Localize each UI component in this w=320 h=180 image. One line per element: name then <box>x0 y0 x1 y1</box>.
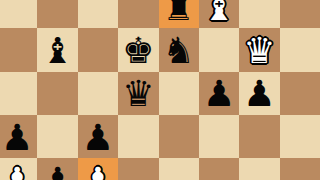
square-f7[interactable] <box>199 28 239 71</box>
white-pawn-a4[interactable]: ♟ <box>1 163 33 180</box>
black-rook-e8[interactable]: ♜ <box>163 0 195 26</box>
black-king-d7[interactable]: ♚ <box>122 33 154 69</box>
square-a7[interactable] <box>0 28 37 71</box>
square-f4[interactable] <box>199 158 239 180</box>
square-g8[interactable] <box>239 0 279 28</box>
black-bishop-b7[interactable]: ♝ <box>41 33 73 69</box>
square-d6[interactable]: ♛ <box>118 72 158 115</box>
square-e4[interactable] <box>159 158 199 180</box>
square-h7[interactable] <box>280 28 320 71</box>
square-a5[interactable]: ♟ <box>0 115 37 158</box>
square-c6[interactable] <box>78 72 118 115</box>
square-g4[interactable] <box>239 158 279 180</box>
square-b4[interactable]: ♟ <box>37 158 77 180</box>
square-f5[interactable] <box>199 115 239 158</box>
square-e5[interactable] <box>159 115 199 158</box>
square-c7[interactable] <box>78 28 118 71</box>
chess-app-screenshot: ♜♝♝♚♞♛♛♟♟♟♟♟♟♟ <box>0 0 320 180</box>
square-h5[interactable] <box>280 115 320 158</box>
black-pawn-c5[interactable]: ♟ <box>82 120 114 156</box>
black-pawn-g6[interactable]: ♟ <box>243 76 275 112</box>
square-c8[interactable] <box>78 0 118 28</box>
square-b7[interactable]: ♝ <box>37 28 77 71</box>
square-h6[interactable] <box>280 72 320 115</box>
square-g5[interactable] <box>239 115 279 158</box>
square-c5[interactable]: ♟ <box>78 115 118 158</box>
black-pawn-b4[interactable]: ♟ <box>41 163 73 180</box>
square-a8[interactable] <box>0 0 37 28</box>
square-f8[interactable]: ♝ <box>199 0 239 28</box>
white-pawn-c4[interactable]: ♟ <box>82 163 114 180</box>
square-e8[interactable]: ♜ <box>159 0 199 28</box>
square-d7[interactable]: ♚ <box>118 28 158 71</box>
square-d4[interactable] <box>118 158 158 180</box>
black-pawn-f6[interactable]: ♟ <box>203 76 235 112</box>
chess-board: ♜♝♝♚♞♛♛♟♟♟♟♟♟♟ <box>0 0 320 180</box>
square-a4[interactable]: ♟ <box>0 158 37 180</box>
white-queen-g7[interactable]: ♛ <box>243 33 275 69</box>
square-e7[interactable]: ♞ <box>159 28 199 71</box>
square-b6[interactable] <box>37 72 77 115</box>
square-h8[interactable] <box>280 0 320 28</box>
square-d8[interactable] <box>118 0 158 28</box>
square-f6[interactable]: ♟ <box>199 72 239 115</box>
square-h4[interactable] <box>280 158 320 180</box>
square-b8[interactable] <box>37 0 77 28</box>
square-c4[interactable]: ♟ <box>78 158 118 180</box>
square-d5[interactable] <box>118 115 158 158</box>
square-g6[interactable]: ♟ <box>239 72 279 115</box>
black-knight-e7[interactable]: ♞ <box>163 33 195 69</box>
black-pawn-a5[interactable]: ♟ <box>1 120 33 156</box>
square-g7[interactable]: ♛ <box>239 28 279 71</box>
black-queen-d6[interactable]: ♛ <box>122 76 154 112</box>
square-e6[interactable] <box>159 72 199 115</box>
square-a6[interactable] <box>0 72 37 115</box>
white-bishop-f8[interactable]: ♝ <box>203 0 235 26</box>
square-b5[interactable] <box>37 115 77 158</box>
